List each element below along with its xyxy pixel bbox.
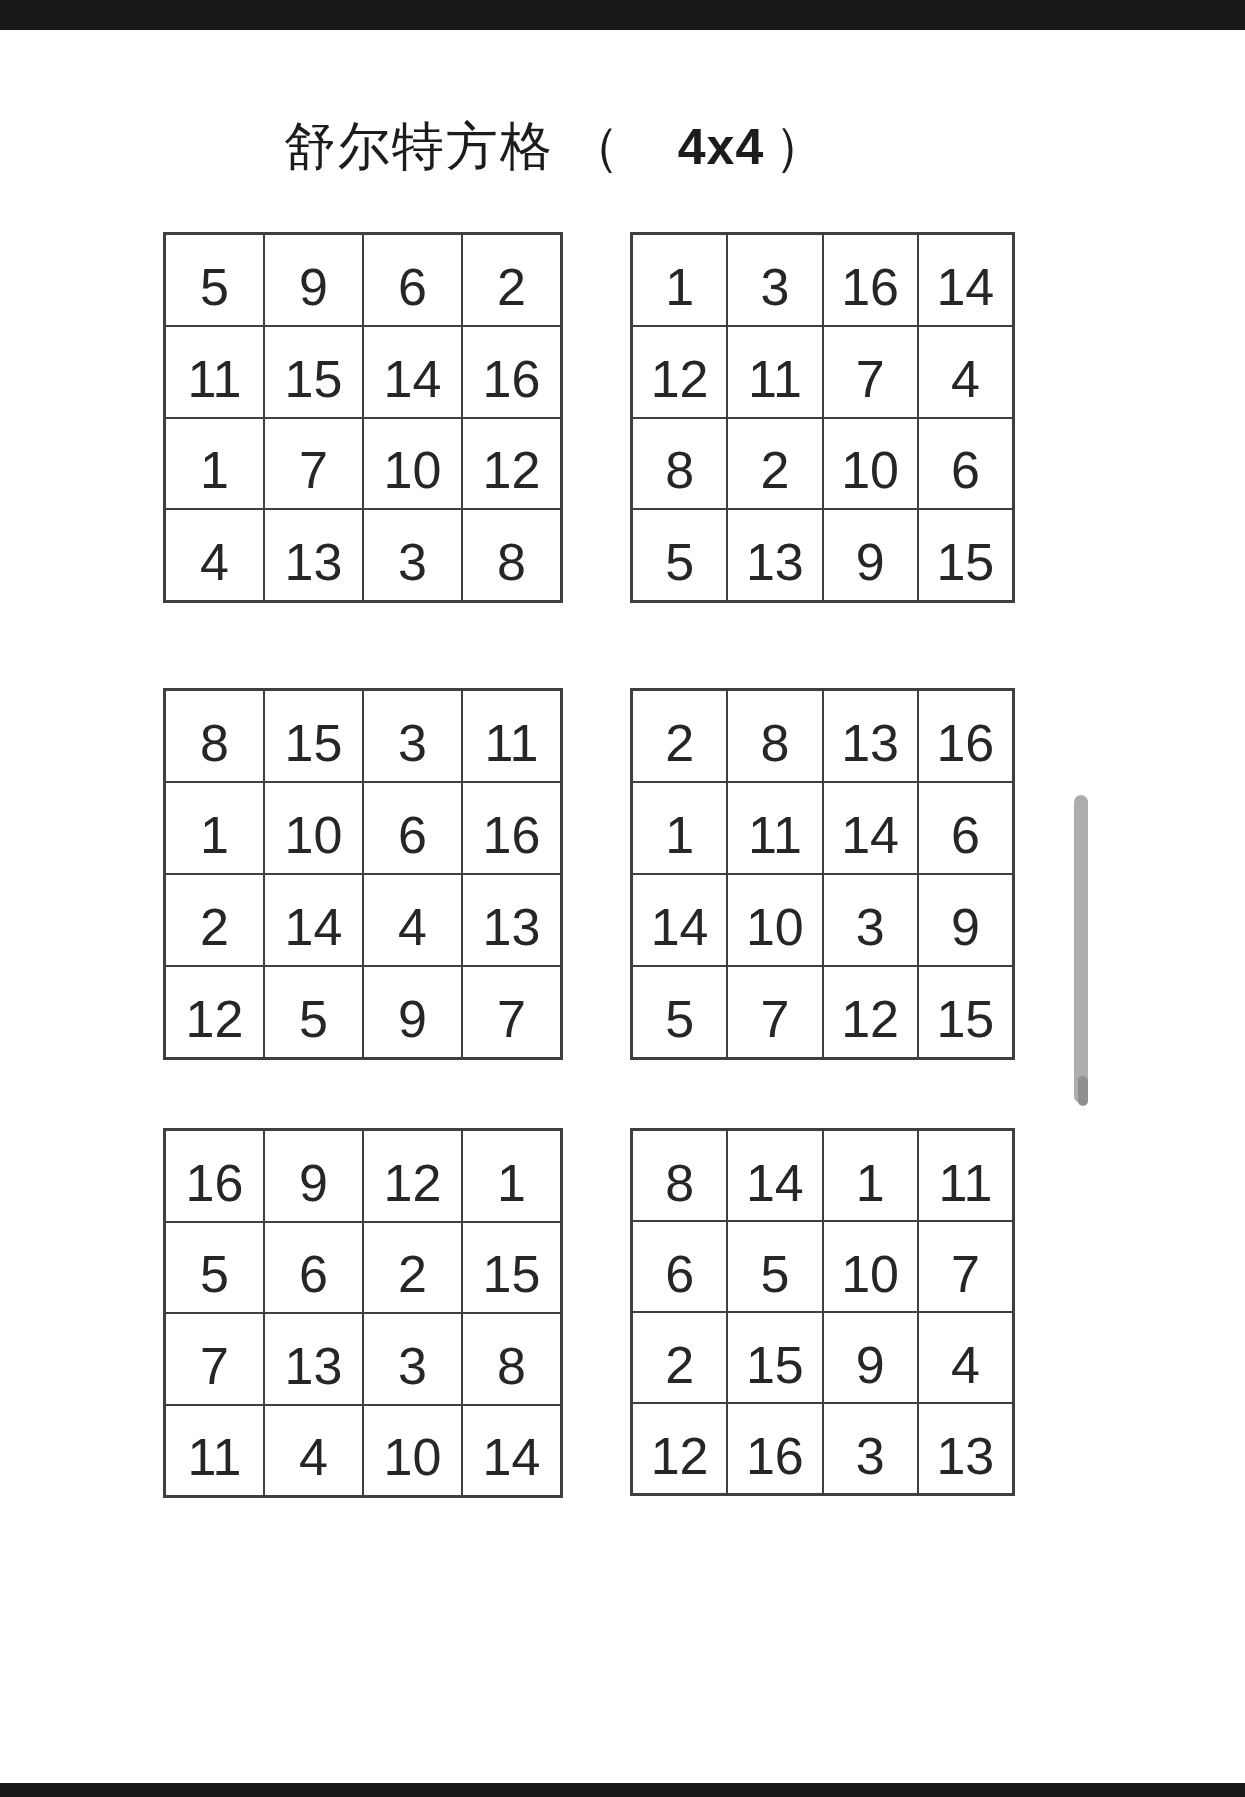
grid-cell: 14 (727, 1130, 822, 1221)
grid-cell: 8 (165, 690, 264, 782)
grid-cell: 5 (264, 966, 363, 1058)
grid-cell: 15 (727, 1312, 822, 1403)
grid-cell: 13 (727, 509, 822, 601)
grid-cell: 7 (727, 966, 822, 1058)
grid-cell: 15 (264, 326, 363, 418)
grid-cell: 1 (823, 1130, 918, 1221)
grid-cell: 16 (462, 326, 561, 418)
grid-cell: 14 (632, 874, 727, 966)
grid-cell: 7 (462, 966, 561, 1058)
grid-cell: 1 (462, 1130, 561, 1222)
grid-cell: 8 (462, 509, 561, 601)
grid-cell: 7 (918, 1221, 1013, 1312)
grid-cell: 16 (727, 1403, 822, 1494)
grid-cell: 6 (918, 418, 1013, 510)
grid-cell: 7 (264, 418, 363, 510)
screen-bottom-bar (0, 1783, 1245, 1797)
grid-cell: 6 (363, 234, 462, 326)
grid-cell: 4 (264, 1405, 363, 1497)
grid-cell: 2 (632, 1312, 727, 1403)
grid-cell: 2 (632, 690, 727, 782)
scrollbar-thumb[interactable] (1074, 795, 1088, 1103)
grid-cell: 9 (264, 234, 363, 326)
grid-cell: 13 (264, 1313, 363, 1405)
grid-cell: 3 (363, 1313, 462, 1405)
grid-cell: 15 (918, 966, 1013, 1058)
grid-cell: 5 (632, 966, 727, 1058)
grid-cell: 9 (363, 966, 462, 1058)
grid-cell: 1 (632, 234, 727, 326)
title-close-paren: ） (774, 118, 826, 175)
grid-cell: 4 (165, 509, 264, 601)
grid-cell: 9 (823, 509, 918, 601)
grid-cell: 4 (918, 1312, 1013, 1403)
schulte-grid-1: 59621115141617101241338 (163, 232, 563, 603)
grid-cell: 16 (165, 1130, 264, 1222)
grid-cell: 10 (727, 874, 822, 966)
grid-cell: 6 (918, 782, 1013, 874)
grid-cell: 13 (918, 1403, 1013, 1494)
schulte-grid-6: 81411165107215941216313 (630, 1128, 1015, 1496)
grid-cell: 16 (823, 234, 918, 326)
grid-cell: 9 (918, 874, 1013, 966)
grid-cell: 4 (363, 874, 462, 966)
schulte-grid-5: 16912156215713381141014 (163, 1128, 563, 1498)
grid-cell: 3 (363, 509, 462, 601)
grid-cell: 10 (363, 418, 462, 510)
grid-cell: 10 (264, 782, 363, 874)
title-text: 舒尔特方格 (284, 118, 554, 175)
grid-cell: 2 (727, 418, 822, 510)
grid-cell: 11 (727, 782, 822, 874)
grid-cell: 3 (727, 234, 822, 326)
grid-cell: 13 (823, 690, 918, 782)
grid-cell: 5 (165, 1222, 264, 1314)
grid-cell: 7 (823, 326, 918, 418)
page-title: 舒尔特方格（4x4） (0, 112, 1110, 182)
grid-cell: 6 (264, 1222, 363, 1314)
grid-cell: 12 (823, 966, 918, 1058)
grid-cell: 8 (462, 1313, 561, 1405)
grid-cell: 4 (918, 326, 1013, 418)
grid-cell: 10 (363, 1405, 462, 1497)
grid-cell: 10 (823, 418, 918, 510)
grid-cell: 12 (632, 326, 727, 418)
title-size-label: 4x4 (678, 119, 764, 175)
grid-cell: 12 (165, 966, 264, 1058)
grid-cell: 8 (632, 1130, 727, 1221)
grid-cell: 11 (165, 326, 264, 418)
schulte-grid-4: 281316111146141039571215 (630, 688, 1015, 1060)
grid-cell: 3 (823, 874, 918, 966)
grid-cell: 14 (918, 234, 1013, 326)
grid-cell: 14 (264, 874, 363, 966)
scrollbar-thumb-small[interactable] (1078, 1076, 1088, 1106)
grid-cell: 1 (165, 782, 264, 874)
grid-cell: 1 (632, 782, 727, 874)
grid-cell: 15 (918, 509, 1013, 601)
grid-cell: 15 (264, 690, 363, 782)
grid-cell: 2 (462, 234, 561, 326)
grid-cell: 11 (462, 690, 561, 782)
grid-cell: 5 (632, 509, 727, 601)
grid-cell: 14 (823, 782, 918, 874)
grid-cell: 11 (918, 1130, 1013, 1221)
schulte-grid-3: 81531111061621441312597 (163, 688, 563, 1060)
grid-cell: 5 (165, 234, 264, 326)
grid-cell: 8 (632, 418, 727, 510)
grid-cell: 3 (823, 1403, 918, 1494)
grid-cell: 15 (462, 1222, 561, 1314)
grid-cell: 12 (462, 418, 561, 510)
grid-cell: 14 (462, 1405, 561, 1497)
grid-cell: 6 (363, 782, 462, 874)
grid-cell: 14 (363, 326, 462, 418)
grid-cell: 16 (918, 690, 1013, 782)
screen-top-bar (0, 0, 1245, 30)
grid-cell: 9 (264, 1130, 363, 1222)
grid-cell: 7 (165, 1313, 264, 1405)
grid-cell: 9 (823, 1312, 918, 1403)
grid-cell: 2 (165, 874, 264, 966)
grid-cell: 6 (632, 1221, 727, 1312)
grid-cell: 11 (727, 326, 822, 418)
grid-cell: 13 (264, 509, 363, 601)
grid-cell: 3 (363, 690, 462, 782)
grid-cell: 16 (462, 782, 561, 874)
schulte-grid-2: 13161412117482106513915 (630, 232, 1015, 603)
grid-cell: 13 (462, 874, 561, 966)
grid-cell: 12 (363, 1130, 462, 1222)
grid-cell: 12 (632, 1403, 727, 1494)
grid-cell: 2 (363, 1222, 462, 1314)
grid-cell: 10 (823, 1221, 918, 1312)
grid-cell: 5 (727, 1221, 822, 1312)
grid-cell: 8 (727, 690, 822, 782)
grid-cell: 1 (165, 418, 264, 510)
grid-cell: 11 (165, 1405, 264, 1497)
title-open-paren: （ (568, 118, 620, 175)
